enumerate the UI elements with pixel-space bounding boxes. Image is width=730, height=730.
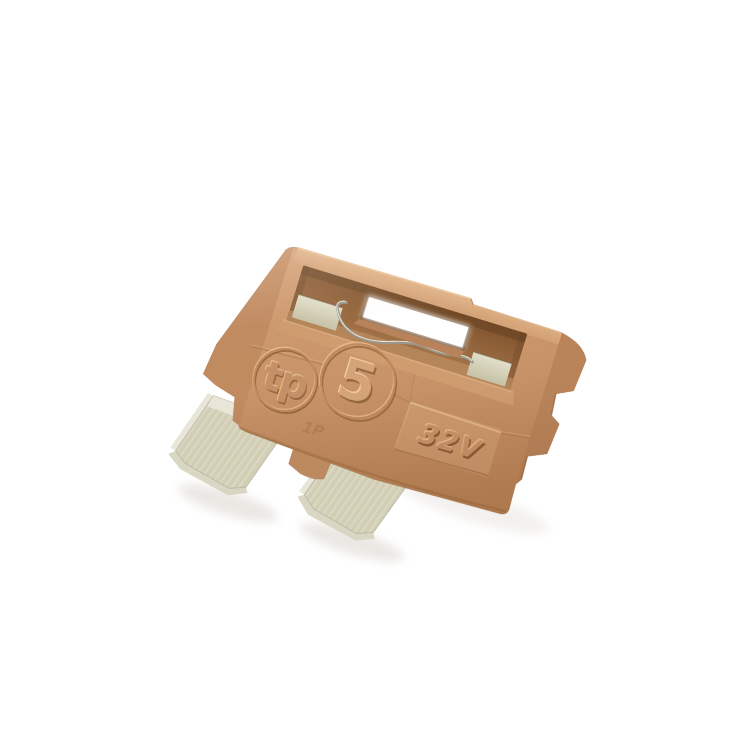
fuse-photo: tp tp tp 5 5 5 32V 32V 32V 1P	[0, 0, 730, 730]
photo-canvas: tp tp tp 5 5 5 32V 32V 32V 1P	[0, 0, 730, 730]
